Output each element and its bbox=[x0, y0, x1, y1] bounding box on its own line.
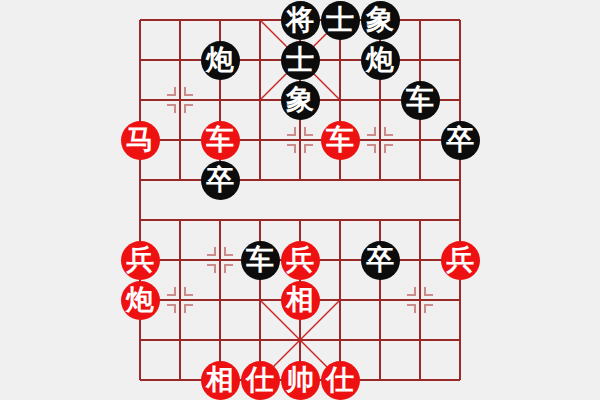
black-soldier[interactable]: 卒 bbox=[441, 121, 480, 160]
red-advisor[interactable]: 仕 bbox=[241, 361, 280, 400]
red-horse[interactable]: 马 bbox=[121, 121, 160, 160]
black-chariot[interactable]: 车 bbox=[241, 241, 280, 280]
red-elephant[interactable]: 相 bbox=[281, 281, 320, 320]
black-chariot[interactable]: 车 bbox=[401, 81, 440, 120]
black-cannon[interactable]: 炮 bbox=[361, 41, 400, 80]
black-soldier[interactable]: 卒 bbox=[201, 161, 240, 200]
red-chariot[interactable]: 车 bbox=[321, 121, 360, 160]
red-soldier[interactable]: 兵 bbox=[281, 241, 320, 280]
red-general[interactable]: 帅 bbox=[281, 361, 320, 400]
black-advisor[interactable]: 士 bbox=[281, 41, 320, 80]
xiangqi-app: 将士象炮士炮象车马车车卒卒兵车兵卒兵炮相相仕帅仕 bbox=[0, 0, 600, 400]
black-general[interactable]: 将 bbox=[281, 1, 320, 40]
red-advisor[interactable]: 仕 bbox=[321, 361, 360, 400]
red-chariot[interactable]: 车 bbox=[201, 121, 240, 160]
black-elephant[interactable]: 象 bbox=[281, 81, 320, 120]
black-cannon[interactable]: 炮 bbox=[201, 41, 240, 80]
black-advisor[interactable]: 士 bbox=[321, 1, 360, 40]
red-cannon[interactable]: 炮 bbox=[121, 281, 160, 320]
xiangqi-board[interactable]: 将士象炮士炮象车马车车卒卒兵车兵卒兵炮相相仕帅仕 bbox=[120, 0, 480, 400]
red-elephant[interactable]: 相 bbox=[201, 361, 240, 400]
red-soldier[interactable]: 兵 bbox=[121, 241, 160, 280]
red-soldier[interactable]: 兵 bbox=[441, 241, 480, 280]
black-elephant[interactable]: 象 bbox=[361, 1, 400, 40]
black-soldier[interactable]: 卒 bbox=[361, 241, 400, 280]
